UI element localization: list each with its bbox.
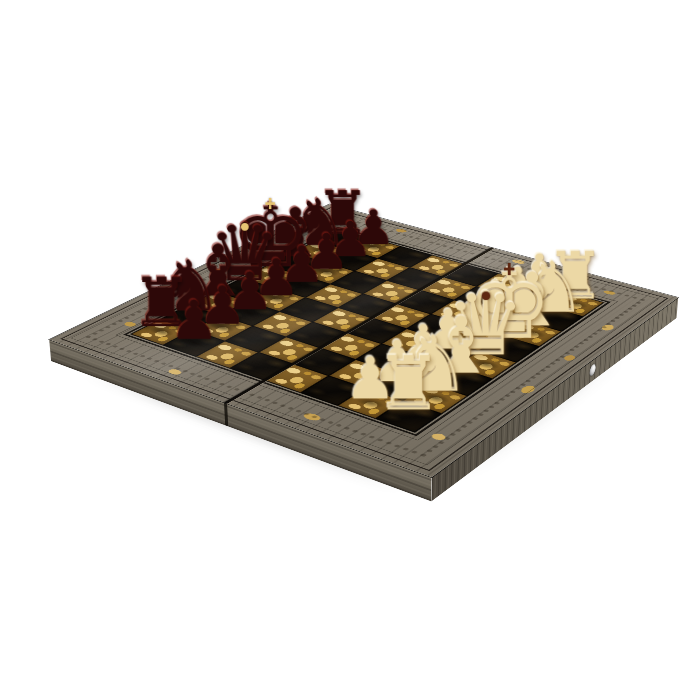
fold-seam-side [224,403,228,427]
queen-ball-finial [481,291,490,300]
queen-ball-finial [241,222,249,230]
pawn-glyph: ♟ [170,293,218,347]
chess-casket-board: ♜♟♟♜♞♟♟♞♝♟♟♝♚♟♟♚♛♟♟♛♝♟♟♝♞♟♟♞♜♟♟♜ [49,204,678,477]
product-photo-scene: ♜♟♟♜♞♟♟♞♝♟♟♝♚♟♟♚♛♟♟♛♝♟♟♝♞♟♟♞♜♟♟♜ [0,0,700,700]
rook-glyph: ♜ [375,345,442,420]
perspective-scene: ♜♟♟♜♞♟♟♞♝♟♟♝♚♟♟♚♛♟♟♛♝♟♟♝♞♟♟♞♜♟♟♜ [0,0,700,700]
latch-emblem [589,362,596,377]
